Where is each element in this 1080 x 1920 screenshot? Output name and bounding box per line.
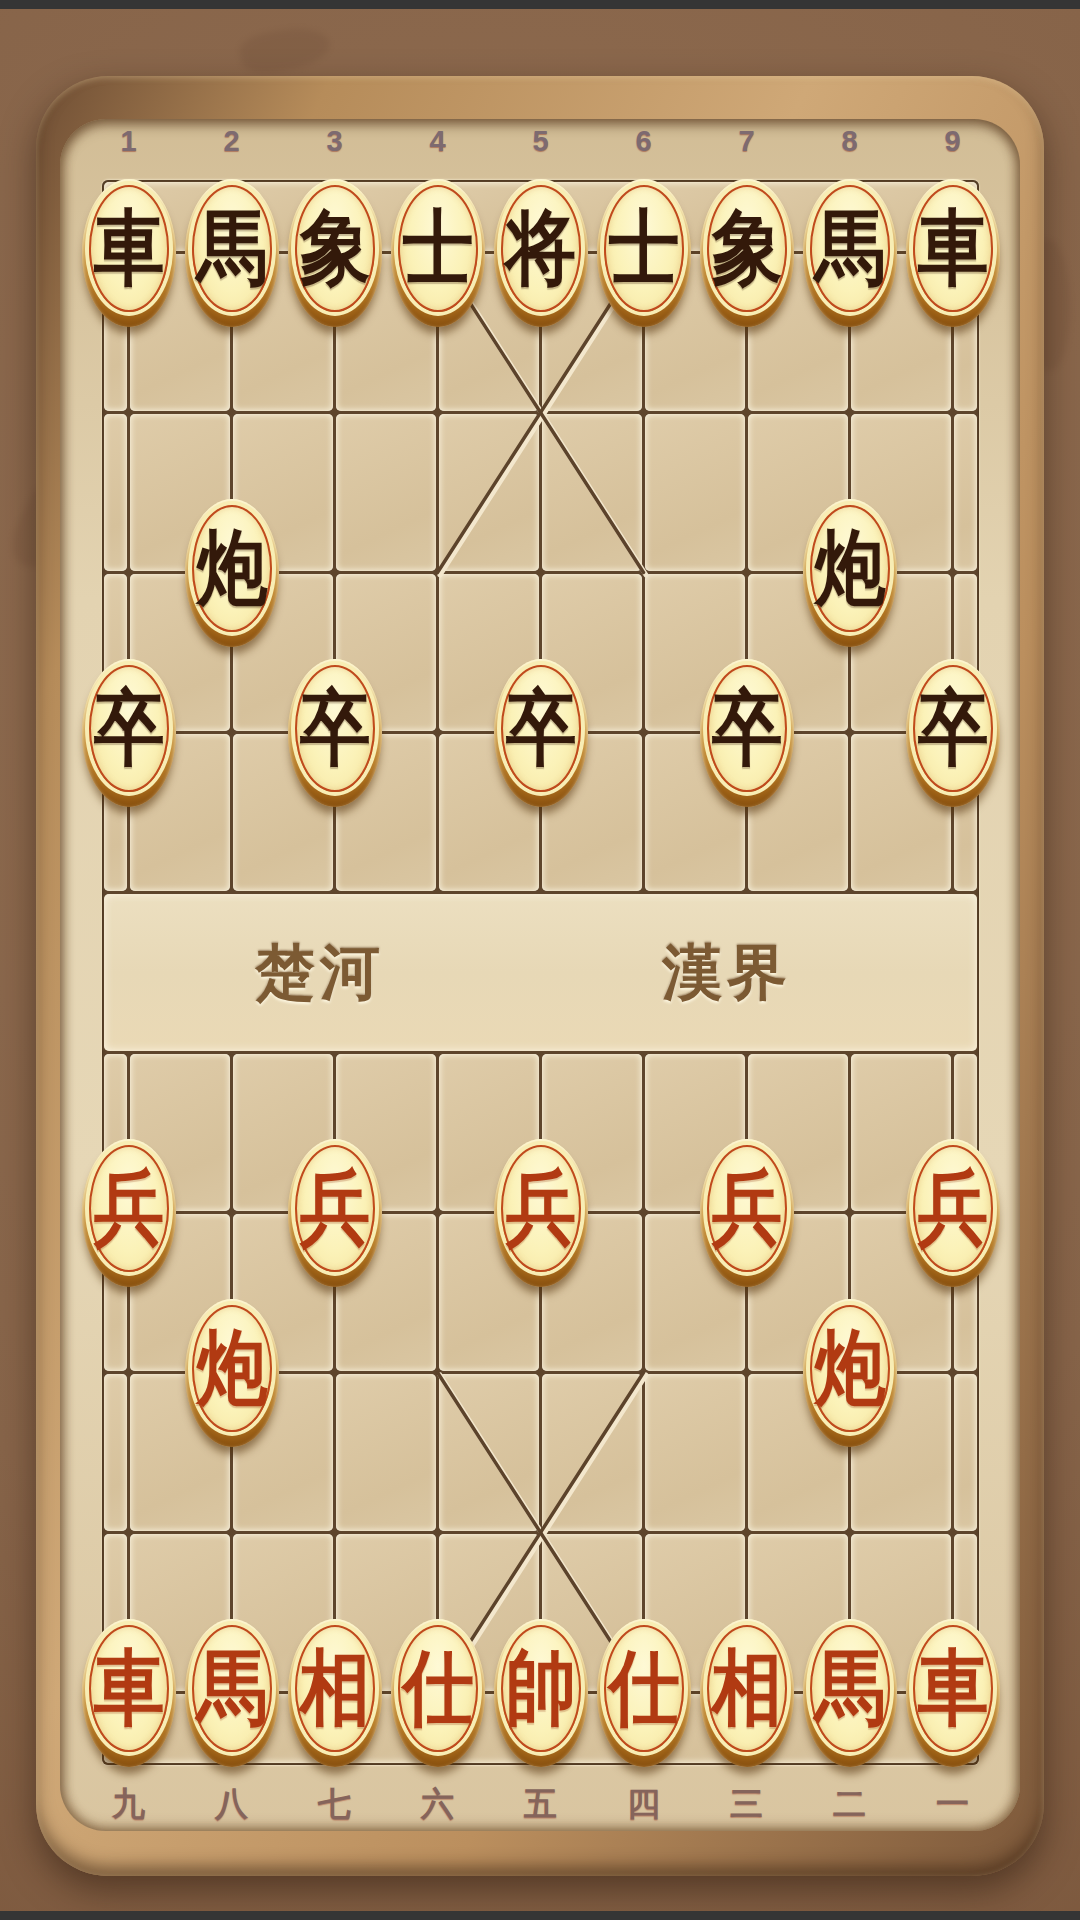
- piece-glyph: 士: [608, 207, 679, 289]
- piece-face: 車: [89, 1625, 169, 1752]
- piece-glyph: 相: [299, 1647, 370, 1729]
- piece-face: 仕: [604, 1625, 684, 1752]
- piece-glyph: 卒: [505, 687, 576, 769]
- piece-glyph: 車: [93, 1647, 164, 1729]
- piece-face: 卒: [295, 665, 375, 792]
- piece-face: 車: [913, 1625, 993, 1752]
- piece-black-chariot[interactable]: 車: [906, 179, 1000, 327]
- piece-glyph: 相: [711, 1647, 782, 1729]
- board-cell: [542, 1374, 642, 1531]
- board-cell: [542, 414, 642, 571]
- background-motif: [237, 22, 333, 77]
- piece-glyph: 馬: [196, 1647, 267, 1729]
- piece-red-horse[interactable]: 馬: [185, 1619, 279, 1767]
- letterbox-top: [0, 0, 1080, 9]
- piece-face: 車: [913, 185, 993, 312]
- piece-glyph: 卒: [917, 687, 988, 769]
- piece-glyph: 馬: [814, 1647, 885, 1729]
- piece-glyph: 炮: [814, 527, 885, 609]
- piece-face: 馬: [810, 1625, 890, 1752]
- piece-face: 仕: [398, 1625, 478, 1752]
- piece-face: 炮: [192, 505, 272, 632]
- piece-face: 相: [707, 1625, 787, 1752]
- piece-red-soldier[interactable]: 兵: [700, 1139, 794, 1287]
- piece-glyph: 馬: [196, 207, 267, 289]
- piece-black-general[interactable]: 将: [494, 179, 588, 327]
- piece-glyph: 兵: [299, 1167, 370, 1249]
- piece-face: 兵: [295, 1145, 375, 1272]
- piece-glyph: 兵: [917, 1167, 988, 1249]
- piece-face: 相: [295, 1625, 375, 1752]
- piece-glyph: 車: [917, 1647, 988, 1729]
- piece-black-cannon[interactable]: 炮: [803, 499, 897, 647]
- piece-face: 帥: [501, 1625, 581, 1752]
- board-cell: [645, 1374, 745, 1531]
- piece-red-soldier[interactable]: 兵: [82, 1139, 176, 1287]
- piece-face: 炮: [192, 1305, 272, 1432]
- piece-face: 卒: [707, 665, 787, 792]
- piece-glyph: 兵: [505, 1167, 576, 1249]
- piece-face: 兵: [501, 1145, 581, 1272]
- board-cell: [104, 414, 127, 571]
- piece-black-soldier[interactable]: 卒: [494, 659, 588, 807]
- board-cell: [954, 414, 977, 571]
- piece-face: 兵: [707, 1145, 787, 1272]
- piece-glyph: 士: [402, 207, 473, 289]
- game-screen: 楚河漢界 123456789九八七六五四三二一 車馬象士将士象馬車炮炮卒卒卒卒卒…: [0, 0, 1080, 1920]
- piece-black-advisor[interactable]: 士: [391, 179, 485, 327]
- piece-red-soldier[interactable]: 兵: [906, 1139, 1000, 1287]
- piece-red-general[interactable]: 帥: [494, 1619, 588, 1767]
- piece-face: 士: [604, 185, 684, 312]
- piece-black-elephant[interactable]: 象: [288, 179, 382, 327]
- piece-black-elephant[interactable]: 象: [700, 179, 794, 327]
- piece-red-elephant[interactable]: 相: [288, 1619, 382, 1767]
- piece-black-horse[interactable]: 馬: [185, 179, 279, 327]
- piece-glyph: 象: [711, 207, 782, 289]
- piece-face: 馬: [192, 185, 272, 312]
- letterbox-bottom: [0, 1911, 1080, 1920]
- piece-face: 車: [89, 185, 169, 312]
- piece-glyph: 炮: [814, 1327, 885, 1409]
- board-cell: [439, 1374, 539, 1531]
- piece-face: 炮: [810, 505, 890, 632]
- piece-black-horse[interactable]: 馬: [803, 179, 897, 327]
- piece-black-soldier[interactable]: 卒: [288, 659, 382, 807]
- piece-red-soldier[interactable]: 兵: [288, 1139, 382, 1287]
- piece-glyph: 帥: [505, 1647, 576, 1729]
- piece-black-soldier[interactable]: 卒: [700, 659, 794, 807]
- piece-face: 馬: [810, 185, 890, 312]
- piece-red-advisor[interactable]: 仕: [391, 1619, 485, 1767]
- piece-glyph: 将: [505, 207, 576, 289]
- river-label-left: 楚河: [255, 932, 385, 1013]
- piece-face: 将: [501, 185, 581, 312]
- piece-red-elephant[interactable]: 相: [700, 1619, 794, 1767]
- piece-face: 卒: [501, 665, 581, 792]
- piece-glyph: 兵: [93, 1167, 164, 1249]
- piece-face: 兵: [913, 1145, 993, 1272]
- board-cell: [954, 1374, 977, 1531]
- piece-face: 士: [398, 185, 478, 312]
- piece-glyph: 炮: [196, 527, 267, 609]
- piece-red-cannon[interactable]: 炮: [185, 1299, 279, 1447]
- piece-black-chariot[interactable]: 車: [82, 179, 176, 327]
- piece-glyph: 馬: [814, 207, 885, 289]
- piece-red-chariot[interactable]: 車: [906, 1619, 1000, 1767]
- piece-face: 兵: [89, 1145, 169, 1272]
- river-label-right: 漢界: [662, 932, 792, 1013]
- piece-face: 象: [295, 185, 375, 312]
- piece-glyph: 卒: [299, 687, 370, 769]
- board-cell: [645, 414, 745, 571]
- board-cell: [336, 414, 436, 571]
- board-frame: 楚河漢界: [36, 76, 1044, 1876]
- piece-face: 炮: [810, 1305, 890, 1432]
- piece-black-cannon[interactable]: 炮: [185, 499, 279, 647]
- piece-glyph: 卒: [93, 687, 164, 769]
- piece-red-chariot[interactable]: 車: [82, 1619, 176, 1767]
- piece-glyph: 炮: [196, 1327, 267, 1409]
- piece-face: 卒: [89, 665, 169, 792]
- piece-glyph: 仕: [608, 1647, 679, 1729]
- board-cell: [104, 1374, 127, 1531]
- piece-red-horse[interactable]: 馬: [803, 1619, 897, 1767]
- piece-glyph: 卒: [711, 687, 782, 769]
- piece-glyph: 兵: [711, 1167, 782, 1249]
- piece-glyph: 仕: [402, 1647, 473, 1729]
- piece-face: 馬: [192, 1625, 272, 1752]
- piece-face: 卒: [913, 665, 993, 792]
- piece-red-advisor[interactable]: 仕: [597, 1619, 691, 1767]
- river-band: 楚河漢界: [104, 894, 977, 1051]
- piece-red-cannon[interactable]: 炮: [803, 1299, 897, 1447]
- piece-black-advisor[interactable]: 士: [597, 179, 691, 327]
- piece-glyph: 車: [917, 207, 988, 289]
- piece-glyph: 車: [93, 207, 164, 289]
- board-cell: [439, 414, 539, 571]
- board-cell: [336, 1374, 436, 1531]
- piece-face: 象: [707, 185, 787, 312]
- board-grid[interactable]: 楚河漢界: [102, 180, 979, 1765]
- piece-red-soldier[interactable]: 兵: [494, 1139, 588, 1287]
- piece-glyph: 象: [299, 207, 370, 289]
- piece-black-soldier[interactable]: 卒: [906, 659, 1000, 807]
- board-panel: 楚河漢界: [60, 119, 1020, 1831]
- piece-black-soldier[interactable]: 卒: [82, 659, 176, 807]
